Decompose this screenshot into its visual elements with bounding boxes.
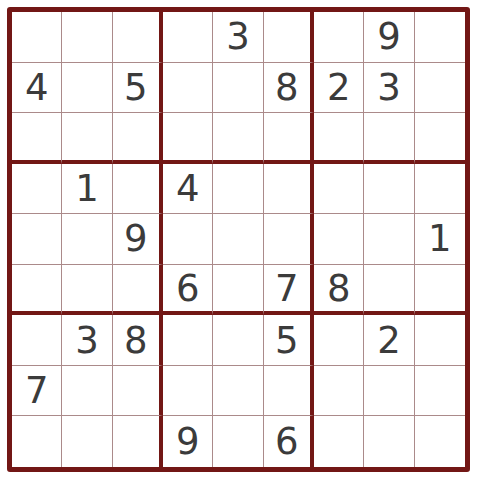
- cell-r2c9[interactable]: [415, 63, 465, 114]
- cell-r5c3[interactable]: 9: [113, 214, 163, 265]
- cell-r7c5[interactable]: [213, 315, 263, 366]
- cell-r3c5[interactable]: [213, 113, 263, 164]
- cell-r5c8[interactable]: [364, 214, 414, 265]
- given-digit: 4: [176, 170, 200, 207]
- cell-r2c7[interactable]: 2: [314, 63, 364, 114]
- cell-r3c3[interactable]: [113, 113, 163, 164]
- given-digit: 9: [176, 423, 200, 460]
- cell-r7c4[interactable]: [163, 315, 213, 366]
- cell-r8c9[interactable]: [415, 366, 465, 417]
- cell-r5c2[interactable]: [62, 214, 112, 265]
- given-digit: 2: [377, 322, 401, 359]
- cell-r3c4[interactable]: [163, 113, 213, 164]
- cell-r4c1[interactable]: [12, 164, 62, 215]
- given-digit: 3: [75, 322, 99, 359]
- cell-r8c1[interactable]: 7: [12, 366, 62, 417]
- given-digit: 9: [377, 18, 401, 55]
- cell-r8c7[interactable]: [314, 366, 364, 417]
- given-digit: 5: [275, 322, 299, 359]
- cell-r1c6[interactable]: [264, 12, 314, 63]
- cell-r2c2[interactable]: [62, 63, 112, 114]
- cell-r1c3[interactable]: [113, 12, 163, 63]
- cell-r7c7[interactable]: [314, 315, 364, 366]
- given-digit: 1: [75, 170, 99, 207]
- cell-r7c9[interactable]: [415, 315, 465, 366]
- cell-r9c3[interactable]: [113, 416, 163, 467]
- cell-r3c1[interactable]: [12, 113, 62, 164]
- cell-r1c2[interactable]: [62, 12, 112, 63]
- given-digit: 6: [275, 423, 299, 460]
- cell-r4c5[interactable]: [213, 164, 263, 215]
- cell-r4c6[interactable]: [264, 164, 314, 215]
- cell-r4c7[interactable]: [314, 164, 364, 215]
- given-digit: 7: [275, 270, 299, 307]
- given-digit: 4: [25, 69, 49, 106]
- cell-r5c7[interactable]: [314, 214, 364, 265]
- cell-r9c1[interactable]: [12, 416, 62, 467]
- cell-r3c9[interactable]: [415, 113, 465, 164]
- given-digit: 3: [226, 18, 250, 55]
- given-digit: 8: [275, 69, 299, 106]
- cell-r7c8[interactable]: 2: [364, 315, 414, 366]
- cell-r1c7[interactable]: [314, 12, 364, 63]
- cell-r3c6[interactable]: [264, 113, 314, 164]
- cell-r6c6[interactable]: 7: [264, 265, 314, 316]
- cell-r4c8[interactable]: [364, 164, 414, 215]
- cell-r2c6[interactable]: 8: [264, 63, 314, 114]
- cell-r5c6[interactable]: [264, 214, 314, 265]
- cell-r6c9[interactable]: [415, 265, 465, 316]
- cell-r9c8[interactable]: [364, 416, 414, 467]
- cell-r4c2[interactable]: 1: [62, 164, 112, 215]
- given-digit: 7: [25, 372, 49, 409]
- cell-r1c9[interactable]: [415, 12, 465, 63]
- cell-r2c8[interactable]: 3: [364, 63, 414, 114]
- cell-r1c8[interactable]: 9: [364, 12, 414, 63]
- sudoku-board: 394582314916783852796: [7, 7, 470, 472]
- cell-r9c4[interactable]: 9: [163, 416, 213, 467]
- cell-r9c6[interactable]: 6: [264, 416, 314, 467]
- cell-r9c5[interactable]: [213, 416, 263, 467]
- cell-r6c7[interactable]: 8: [314, 265, 364, 316]
- cell-r8c6[interactable]: [264, 366, 314, 417]
- cell-r6c2[interactable]: [62, 265, 112, 316]
- cell-r8c8[interactable]: [364, 366, 414, 417]
- cell-r5c9[interactable]: 1: [415, 214, 465, 265]
- cell-r2c4[interactable]: [163, 63, 213, 114]
- cell-r8c3[interactable]: [113, 366, 163, 417]
- cell-r4c3[interactable]: [113, 164, 163, 215]
- given-digit: 3: [377, 69, 401, 106]
- cell-r2c1[interactable]: 4: [12, 63, 62, 114]
- cell-r1c5[interactable]: 3: [213, 12, 263, 63]
- given-digit: 8: [327, 270, 351, 307]
- cell-r8c4[interactable]: [163, 366, 213, 417]
- cell-r1c4[interactable]: [163, 12, 213, 63]
- given-digit: 5: [124, 69, 148, 106]
- given-digit: 1: [428, 220, 452, 257]
- given-digit: 8: [124, 322, 148, 359]
- cell-r5c5[interactable]: [213, 214, 263, 265]
- given-digit: 2: [327, 69, 351, 106]
- given-digit: 6: [176, 270, 200, 307]
- cell-r9c7[interactable]: [314, 416, 364, 467]
- cell-r9c9[interactable]: [415, 416, 465, 467]
- cell-r5c1[interactable]: [12, 214, 62, 265]
- cell-r3c2[interactable]: [62, 113, 112, 164]
- cell-r8c5[interactable]: [213, 366, 263, 417]
- cell-r1c1[interactable]: [12, 12, 62, 63]
- cell-r6c5[interactable]: [213, 265, 263, 316]
- cell-r2c3[interactable]: 5: [113, 63, 163, 114]
- cell-r3c7[interactable]: [314, 113, 364, 164]
- cell-r6c8[interactable]: [364, 265, 414, 316]
- cell-r4c4[interactable]: 4: [163, 164, 213, 215]
- cell-r8c2[interactable]: [62, 366, 112, 417]
- cell-r2c5[interactable]: [213, 63, 263, 114]
- cell-r6c4[interactable]: 6: [163, 265, 213, 316]
- cell-r7c1[interactable]: [12, 315, 62, 366]
- given-digit: 9: [124, 220, 148, 257]
- cell-r6c3[interactable]: [113, 265, 163, 316]
- cell-r6c1[interactable]: [12, 265, 62, 316]
- cell-r4c9[interactable]: [415, 164, 465, 215]
- cell-r9c2[interactable]: [62, 416, 112, 467]
- cell-r7c3[interactable]: 8: [113, 315, 163, 366]
- cell-r3c8[interactable]: [364, 113, 414, 164]
- cell-r5c4[interactable]: [163, 214, 213, 265]
- cell-r7c2[interactable]: 3: [62, 315, 112, 366]
- cell-r7c6[interactable]: 5: [264, 315, 314, 366]
